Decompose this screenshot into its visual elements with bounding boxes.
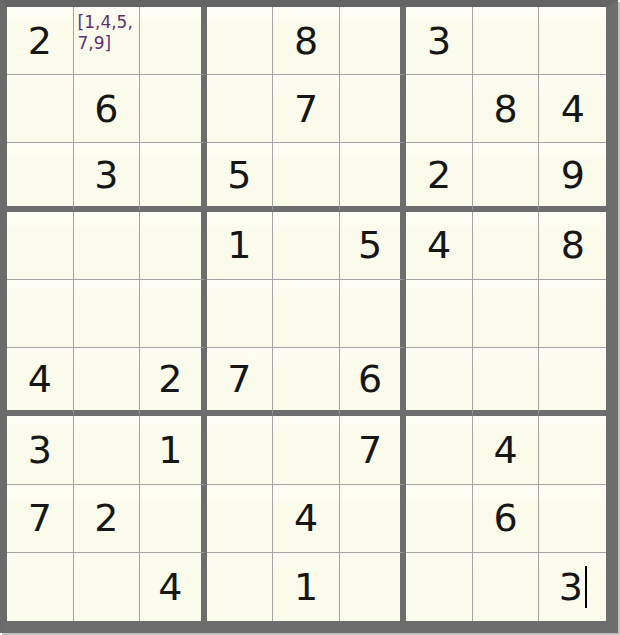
- pencil-marks: [1,4,5,7,9]: [74, 7, 133, 54]
- cell-r5c3[interactable]: [140, 280, 207, 348]
- cell-r5c8[interactable]: [473, 280, 540, 348]
- cell-r9c6[interactable]: [340, 553, 407, 621]
- cell-r7c4[interactable]: [207, 416, 274, 484]
- digit: 7: [294, 87, 318, 131]
- cell-r8c8[interactable]: 6: [473, 485, 540, 553]
- cell-r4c8[interactable]: [473, 212, 540, 280]
- digit: 3: [28, 428, 52, 472]
- cell-r8c4[interactable]: [207, 485, 274, 553]
- digit: 4: [494, 428, 518, 472]
- digit: 1: [294, 565, 318, 609]
- cell-r2c4[interactable]: [207, 75, 274, 143]
- digit: 6: [494, 496, 518, 540]
- digit: 7: [358, 428, 382, 472]
- cell-r7c8[interactable]: 4: [473, 416, 540, 484]
- cell-r2c9[interactable]: 4: [539, 75, 606, 143]
- cell-r2c8[interactable]: 8: [473, 75, 540, 143]
- digit: 3: [559, 565, 583, 609]
- cell-r9c3[interactable]: 4: [140, 553, 207, 621]
- digit: 3: [94, 153, 118, 197]
- cell-r1c9[interactable]: [539, 7, 606, 75]
- cell-r5c6[interactable]: [340, 280, 407, 348]
- cell-r1c1[interactable]: 2: [7, 7, 74, 75]
- cell-r9c8[interactable]: [473, 553, 540, 621]
- cell-r8c9[interactable]: [539, 485, 606, 553]
- digit: 8: [294, 19, 318, 63]
- cell-r6c1[interactable]: 4: [7, 348, 74, 416]
- cell-r5c9[interactable]: [539, 280, 606, 348]
- cell-r6c8[interactable]: [473, 348, 540, 416]
- cell-r5c1[interactable]: [7, 280, 74, 348]
- digit: 6: [358, 357, 382, 401]
- cell-r3c8[interactable]: [473, 143, 540, 211]
- cell-r2c6[interactable]: [340, 75, 407, 143]
- digit: 8: [561, 223, 585, 267]
- sudoku-board: 2[1,4,5,7,9]8367843529154842763174724641…: [0, 0, 618, 633]
- cell-r6c2[interactable]: [74, 348, 141, 416]
- cell-r6c3[interactable]: 2: [140, 348, 207, 416]
- cell-r2c1[interactable]: [7, 75, 74, 143]
- cell-r4c5[interactable]: [273, 212, 340, 280]
- cell-r6c4[interactable]: 7: [207, 348, 274, 416]
- cell-r6c6[interactable]: 6: [340, 348, 407, 416]
- cell-r7c2[interactable]: [74, 416, 141, 484]
- cell-r3c7[interactable]: 2: [406, 143, 473, 211]
- cell-r3c2[interactable]: 3: [74, 143, 141, 211]
- cell-r2c5[interactable]: 7: [273, 75, 340, 143]
- cell-r9c7[interactable]: [406, 553, 473, 621]
- digit: 1: [158, 428, 182, 472]
- digit: 9: [561, 153, 585, 197]
- digit: 6: [94, 87, 118, 131]
- cell-r2c2[interactable]: 6: [74, 75, 141, 143]
- cell-r7c6[interactable]: 7: [340, 416, 407, 484]
- cell-r2c3[interactable]: [140, 75, 207, 143]
- cell-r8c6[interactable]: [340, 485, 407, 553]
- cell-r9c5[interactable]: 1: [273, 553, 340, 621]
- cell-r8c5[interactable]: 4: [273, 485, 340, 553]
- cell-r1c3[interactable]: [140, 7, 207, 75]
- cell-r5c4[interactable]: [207, 280, 274, 348]
- cell-r4c7[interactable]: 4: [406, 212, 473, 280]
- sudoku-page: 2[1,4,5,7,9]8367843529154842763174724641…: [0, 0, 620, 635]
- cell-r1c2[interactable]: [1,4,5,7,9]: [74, 7, 141, 75]
- cell-r9c2[interactable]: [74, 553, 141, 621]
- cell-r1c5[interactable]: 8: [273, 7, 340, 75]
- cell-r4c9[interactable]: 8: [539, 212, 606, 280]
- digit: 4: [294, 496, 318, 540]
- text-caret: [585, 566, 587, 608]
- cell-r9c9[interactable]: 3: [539, 553, 606, 621]
- cell-r4c1[interactable]: [7, 212, 74, 280]
- cell-r4c6[interactable]: 5: [340, 212, 407, 280]
- cell-r3c1[interactable]: [7, 143, 74, 211]
- cell-r9c4[interactable]: [207, 553, 274, 621]
- digit: 2: [28, 19, 52, 63]
- cell-r3c9[interactable]: 9: [539, 143, 606, 211]
- cell-r7c1[interactable]: 3: [7, 416, 74, 484]
- digit: 7: [28, 496, 52, 540]
- cell-r3c4[interactable]: 5: [207, 143, 274, 211]
- digit: 2: [427, 153, 451, 197]
- digit: 4: [427, 223, 451, 267]
- cell-r6c5[interactable]: [273, 348, 340, 416]
- cell-r3c5[interactable]: [273, 143, 340, 211]
- digit: 1: [227, 223, 251, 267]
- digit: 4: [28, 357, 52, 401]
- cell-r7c9[interactable]: [539, 416, 606, 484]
- cell-r8c3[interactable]: [140, 485, 207, 553]
- digit: 5: [227, 153, 251, 197]
- cell-r7c7[interactable]: [406, 416, 473, 484]
- cell-r3c6[interactable]: [340, 143, 407, 211]
- cell-r4c2[interactable]: [74, 212, 141, 280]
- cell-r5c2[interactable]: [74, 280, 141, 348]
- cell-r1c7[interactable]: 3: [406, 7, 473, 75]
- digit: 5: [358, 223, 382, 267]
- cell-r9c1[interactable]: [7, 553, 74, 621]
- digit: 8: [494, 87, 518, 131]
- cell-r4c4[interactable]: 1: [207, 212, 274, 280]
- digit: 7: [227, 357, 251, 401]
- cell-r8c1[interactable]: 7: [7, 485, 74, 553]
- cell-r7c5[interactable]: [273, 416, 340, 484]
- cell-r7c3[interactable]: 1: [140, 416, 207, 484]
- digit: 3: [427, 19, 451, 63]
- cell-r6c9[interactable]: [539, 348, 606, 416]
- cell-r6c7[interactable]: [406, 348, 473, 416]
- cell-r5c7[interactable]: [406, 280, 473, 348]
- cell-r8c7[interactable]: [406, 485, 473, 553]
- digit: 4: [158, 565, 182, 609]
- cell-r5c5[interactable]: [273, 280, 340, 348]
- cell-r1c4[interactable]: [207, 7, 274, 75]
- cell-r2c7[interactable]: [406, 75, 473, 143]
- cell-r4c3[interactable]: [140, 212, 207, 280]
- cell-r3c3[interactable]: [140, 143, 207, 211]
- digit: 4: [561, 87, 585, 131]
- cell-r8c2[interactable]: 2: [74, 485, 141, 553]
- cell-r1c6[interactable]: [340, 7, 407, 75]
- cell-r1c8[interactable]: [473, 7, 540, 75]
- digit: 2: [94, 496, 118, 540]
- digit: 2: [158, 357, 182, 401]
